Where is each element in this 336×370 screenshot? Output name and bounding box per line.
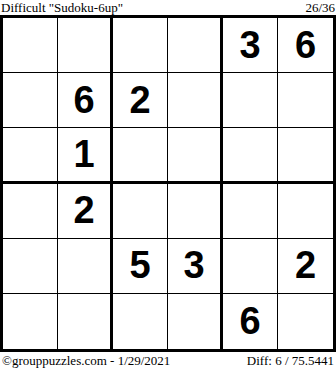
difficulty-value: Diff: 6 / 75.5441 xyxy=(247,353,334,369)
cell-r6c2[interactable] xyxy=(58,294,113,349)
cell-r5c3[interactable]: 5 xyxy=(113,239,168,294)
puzzle-title: Difficult "Sudoku-6up" xyxy=(1,0,123,15)
footer: ©grouppuzzles.com - 1/29/2021 Diff: 6 / … xyxy=(0,352,336,370)
cell-r2c3[interactable]: 2 xyxy=(113,73,168,128)
cell-r5c1[interactable] xyxy=(3,239,58,294)
cell-r2c1[interactable] xyxy=(3,73,58,128)
cell-r6c5[interactable]: 6 xyxy=(223,294,278,349)
cell-r3c6[interactable] xyxy=(278,128,333,183)
cell-r1c5[interactable]: 3 xyxy=(223,18,278,73)
copyright-credit: ©grouppuzzles.com - 1/29/2021 xyxy=(2,353,170,369)
cell-r3c2[interactable]: 1 xyxy=(58,128,113,183)
cell-r4c6[interactable] xyxy=(278,184,333,239)
cell-r4c2[interactable]: 2 xyxy=(58,184,113,239)
cell-r4c1[interactable] xyxy=(3,184,58,239)
cell-r1c1[interactable] xyxy=(3,18,58,73)
cell-r5c6[interactable]: 2 xyxy=(278,239,333,294)
cell-r4c5[interactable] xyxy=(223,184,278,239)
cell-r5c5[interactable] xyxy=(223,239,278,294)
cell-r3c4[interactable] xyxy=(168,128,223,183)
cell-r6c6[interactable] xyxy=(278,294,333,349)
cell-r5c2[interactable] xyxy=(58,239,113,294)
puzzle-counter: 26/36 xyxy=(305,0,335,15)
sudoku-grid: 3662125326 xyxy=(0,15,336,352)
cell-r3c3[interactable] xyxy=(113,128,168,183)
cell-r2c6[interactable] xyxy=(278,73,333,128)
cell-r1c4[interactable] xyxy=(168,18,223,73)
cell-r2c4[interactable] xyxy=(168,73,223,128)
cell-r2c5[interactable] xyxy=(223,73,278,128)
header: Difficult "Sudoku-6up" 26/36 xyxy=(0,0,336,15)
cell-r6c3[interactable] xyxy=(113,294,168,349)
cell-r5c4[interactable]: 3 xyxy=(168,239,223,294)
cell-r6c4[interactable] xyxy=(168,294,223,349)
cell-r1c3[interactable] xyxy=(113,18,168,73)
cell-r3c1[interactable] xyxy=(3,128,58,183)
cell-r6c1[interactable] xyxy=(3,294,58,349)
cell-r3c5[interactable] xyxy=(223,128,278,183)
cell-r1c6[interactable]: 6 xyxy=(278,18,333,73)
cell-r2c2[interactable]: 6 xyxy=(58,73,113,128)
cell-r1c2[interactable] xyxy=(58,18,113,73)
cell-r4c3[interactable] xyxy=(113,184,168,239)
cell-r4c4[interactable] xyxy=(168,184,223,239)
